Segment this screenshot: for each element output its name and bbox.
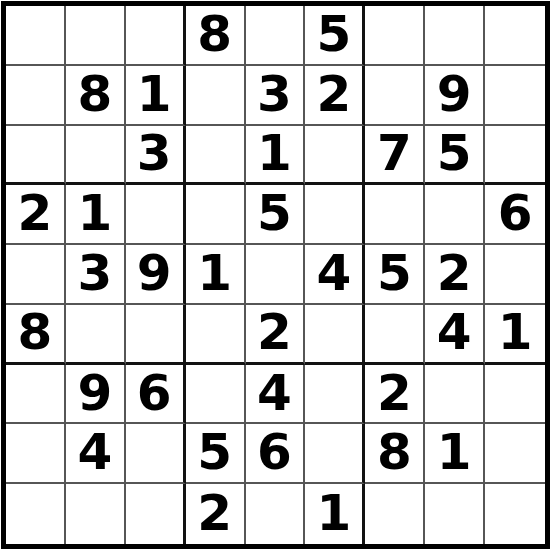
cell-r6c6[interactable] bbox=[305, 305, 365, 365]
cell-r8c3[interactable] bbox=[126, 424, 186, 484]
cell-r3c3: 3 bbox=[126, 126, 186, 186]
given-digit: 8 bbox=[77, 69, 112, 119]
cell-r6c5: 2 bbox=[246, 305, 306, 365]
given-digit: 8 bbox=[197, 9, 232, 59]
cell-r1c4: 8 bbox=[186, 6, 246, 66]
cell-r2c9[interactable] bbox=[485, 66, 545, 126]
cell-r1c2[interactable] bbox=[66, 6, 126, 66]
cell-r3c4[interactable] bbox=[186, 126, 246, 186]
cell-r1c7[interactable] bbox=[365, 6, 425, 66]
given-digit: 5 bbox=[257, 188, 292, 238]
given-digit: 5 bbox=[377, 248, 412, 298]
given-digit: 4 bbox=[316, 248, 351, 298]
cell-r9c9[interactable] bbox=[485, 484, 545, 544]
cell-r4c8[interactable] bbox=[425, 185, 485, 245]
cell-r7c4[interactable] bbox=[186, 365, 246, 425]
given-digit: 1 bbox=[498, 307, 533, 357]
given-digit: 3 bbox=[257, 69, 292, 119]
cell-r4c4[interactable] bbox=[186, 185, 246, 245]
cell-r8c1[interactable] bbox=[6, 424, 66, 484]
cell-r4c5: 5 bbox=[246, 185, 306, 245]
cell-r9c7[interactable] bbox=[365, 484, 425, 544]
cell-r1c6: 5 bbox=[305, 6, 365, 66]
page-background: 858132931752156391452824196424568121 bbox=[0, 0, 550, 549]
cell-r7c2: 9 bbox=[66, 365, 126, 425]
given-digit: 1 bbox=[77, 188, 112, 238]
cell-r5c3: 9 bbox=[126, 245, 186, 305]
cell-r8c7: 8 bbox=[365, 424, 425, 484]
given-digit: 6 bbox=[137, 368, 172, 418]
cell-r3c8: 5 bbox=[425, 126, 485, 186]
cell-r2c1[interactable] bbox=[6, 66, 66, 126]
cell-r6c1: 8 bbox=[6, 305, 66, 365]
cell-r2c4[interactable] bbox=[186, 66, 246, 126]
given-digit: 1 bbox=[197, 248, 232, 298]
cell-r3c1[interactable] bbox=[6, 126, 66, 186]
cell-r3c6[interactable] bbox=[305, 126, 365, 186]
cell-r9c1[interactable] bbox=[6, 484, 66, 544]
given-digit: 4 bbox=[77, 427, 112, 477]
cell-r8c9[interactable] bbox=[485, 424, 545, 484]
cell-r6c4[interactable] bbox=[186, 305, 246, 365]
cell-r1c5[interactable] bbox=[246, 6, 306, 66]
cell-r7c1[interactable] bbox=[6, 365, 66, 425]
given-digit: 1 bbox=[316, 488, 351, 538]
cell-r6c8: 4 bbox=[425, 305, 485, 365]
given-digit: 5 bbox=[437, 128, 472, 178]
given-digit: 9 bbox=[137, 248, 172, 298]
cell-r2c7[interactable] bbox=[365, 66, 425, 126]
given-digit: 2 bbox=[377, 368, 412, 418]
cell-r4c1: 2 bbox=[6, 185, 66, 245]
given-digit: 9 bbox=[437, 69, 472, 119]
given-digit: 8 bbox=[18, 307, 53, 357]
given-digit: 6 bbox=[257, 427, 292, 477]
cell-r9c6: 1 bbox=[305, 484, 365, 544]
cell-r8c2: 4 bbox=[66, 424, 126, 484]
cell-r5c1[interactable] bbox=[6, 245, 66, 305]
cell-r2c3: 1 bbox=[126, 66, 186, 126]
given-digit: 6 bbox=[498, 188, 533, 238]
cell-r9c3[interactable] bbox=[126, 484, 186, 544]
given-digit: 1 bbox=[257, 128, 292, 178]
given-digit: 3 bbox=[137, 128, 172, 178]
cell-r6c7[interactable] bbox=[365, 305, 425, 365]
cell-r5c5[interactable] bbox=[246, 245, 306, 305]
given-digit: 3 bbox=[77, 248, 112, 298]
cell-r4c2: 1 bbox=[66, 185, 126, 245]
cell-r7c8[interactable] bbox=[425, 365, 485, 425]
given-digit: 2 bbox=[316, 69, 351, 119]
cell-r5c4: 1 bbox=[186, 245, 246, 305]
cell-r6c2[interactable] bbox=[66, 305, 126, 365]
given-digit: 9 bbox=[77, 368, 112, 418]
cell-r1c9[interactable] bbox=[485, 6, 545, 66]
cell-r5c9[interactable] bbox=[485, 245, 545, 305]
cell-r2c2: 8 bbox=[66, 66, 126, 126]
cell-r6c9: 1 bbox=[485, 305, 545, 365]
given-digit: 5 bbox=[316, 9, 351, 59]
given-digit: 2 bbox=[197, 488, 232, 538]
given-digit: 1 bbox=[137, 69, 172, 119]
cell-r5c7: 5 bbox=[365, 245, 425, 305]
cell-r8c4: 5 bbox=[186, 424, 246, 484]
cell-r9c8[interactable] bbox=[425, 484, 485, 544]
cell-r8c8: 1 bbox=[425, 424, 485, 484]
cell-r7c5: 4 bbox=[246, 365, 306, 425]
cell-r2c5: 3 bbox=[246, 66, 306, 126]
given-digit: 2 bbox=[437, 248, 472, 298]
cell-r7c3: 6 bbox=[126, 365, 186, 425]
cell-r9c2[interactable] bbox=[66, 484, 126, 544]
cell-r2c6: 2 bbox=[305, 66, 365, 126]
cell-r3c7: 7 bbox=[365, 126, 425, 186]
cell-r7c9[interactable] bbox=[485, 365, 545, 425]
cell-r4c3[interactable] bbox=[126, 185, 186, 245]
cell-r7c6[interactable] bbox=[305, 365, 365, 425]
given-digit: 8 bbox=[377, 427, 412, 477]
sudoku-board: 858132931752156391452824196424568121 bbox=[1, 1, 550, 549]
cell-r6c3[interactable] bbox=[126, 305, 186, 365]
given-digit: 2 bbox=[257, 307, 292, 357]
cell-r5c8: 2 bbox=[425, 245, 485, 305]
cell-r4c6[interactable] bbox=[305, 185, 365, 245]
given-digit: 1 bbox=[437, 427, 472, 477]
given-digit: 4 bbox=[437, 307, 472, 357]
cell-r1c3[interactable] bbox=[126, 6, 186, 66]
cell-r3c5: 1 bbox=[246, 126, 306, 186]
given-digit: 7 bbox=[377, 128, 412, 178]
cell-r9c4: 2 bbox=[186, 484, 246, 544]
given-digit: 2 bbox=[18, 188, 53, 238]
cell-r4c7[interactable] bbox=[365, 185, 425, 245]
cell-r3c2[interactable] bbox=[66, 126, 126, 186]
cell-r4c9: 6 bbox=[485, 185, 545, 245]
cell-r9c5[interactable] bbox=[246, 484, 306, 544]
cell-r7c7: 2 bbox=[365, 365, 425, 425]
cell-r1c1[interactable] bbox=[6, 6, 66, 66]
cell-r5c6: 4 bbox=[305, 245, 365, 305]
cell-r2c8: 9 bbox=[425, 66, 485, 126]
given-digit: 5 bbox=[197, 427, 232, 477]
cell-r8c5: 6 bbox=[246, 424, 306, 484]
cell-r8c6[interactable] bbox=[305, 424, 365, 484]
cell-r1c8[interactable] bbox=[425, 6, 485, 66]
cell-r5c2: 3 bbox=[66, 245, 126, 305]
given-digit: 4 bbox=[257, 368, 292, 418]
cell-r3c9[interactable] bbox=[485, 126, 545, 186]
